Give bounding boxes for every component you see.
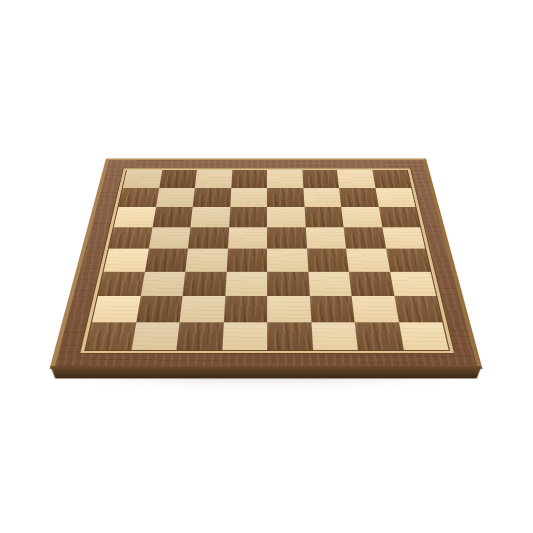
square-g5[interactable] xyxy=(344,227,386,248)
square-g2[interactable] xyxy=(352,296,399,322)
square-c8[interactable] xyxy=(195,170,232,188)
square-d1[interactable] xyxy=(222,322,267,350)
square-d2[interactable] xyxy=(223,296,267,322)
square-d4[interactable] xyxy=(226,249,267,272)
square-b5[interactable] xyxy=(148,227,190,248)
square-f5[interactable] xyxy=(305,227,346,248)
square-e3[interactable] xyxy=(267,271,309,295)
square-f1[interactable] xyxy=(311,322,358,350)
square-e8[interactable] xyxy=(267,170,303,188)
square-b2[interactable] xyxy=(136,296,183,322)
square-a8[interactable] xyxy=(123,170,162,188)
square-d5[interactable] xyxy=(227,227,267,248)
square-b6[interactable] xyxy=(152,207,193,227)
square-e2[interactable] xyxy=(267,296,311,322)
square-a4[interactable] xyxy=(104,249,149,272)
square-a6[interactable] xyxy=(114,207,156,227)
square-b3[interactable] xyxy=(140,271,185,295)
square-g1[interactable] xyxy=(355,322,404,350)
square-a7[interactable] xyxy=(118,188,158,207)
square-c6[interactable] xyxy=(190,207,229,227)
square-a1[interactable] xyxy=(86,322,136,350)
square-d8[interactable] xyxy=(231,170,267,188)
square-a2[interactable] xyxy=(92,296,140,322)
square-c7[interactable] xyxy=(193,188,231,207)
square-d3[interactable] xyxy=(225,271,267,295)
square-d7[interactable] xyxy=(230,188,267,207)
square-f4[interactable] xyxy=(307,249,349,272)
square-b8[interactable] xyxy=(159,170,197,188)
square-h4[interactable] xyxy=(386,249,431,272)
square-a3[interactable] xyxy=(98,271,144,295)
square-h2[interactable] xyxy=(394,296,442,322)
square-b1[interactable] xyxy=(131,322,180,350)
square-f7[interactable] xyxy=(303,188,341,207)
square-g6[interactable] xyxy=(341,207,382,227)
square-b4[interactable] xyxy=(144,249,187,272)
square-f8[interactable] xyxy=(302,170,339,188)
square-f3[interactable] xyxy=(308,271,352,295)
board-scene xyxy=(82,64,450,432)
square-h7[interactable] xyxy=(375,188,415,207)
square-h8[interactable] xyxy=(372,170,411,188)
square-e5[interactable] xyxy=(267,227,307,248)
square-b7[interactable] xyxy=(156,188,195,207)
square-e1[interactable] xyxy=(267,322,312,350)
square-g3[interactable] xyxy=(349,271,394,295)
square-d6[interactable] xyxy=(229,207,267,227)
product-photo xyxy=(0,0,533,533)
square-h3[interactable] xyxy=(390,271,437,295)
square-f2[interactable] xyxy=(309,296,354,322)
chess-board xyxy=(49,159,482,370)
square-c3[interactable] xyxy=(183,271,227,295)
square-h5[interactable] xyxy=(382,227,425,248)
square-h6[interactable] xyxy=(378,207,420,227)
square-g7[interactable] xyxy=(339,188,378,207)
square-f6[interactable] xyxy=(304,207,343,227)
square-e6[interactable] xyxy=(267,207,305,227)
square-c1[interactable] xyxy=(176,322,223,350)
square-e7[interactable] xyxy=(267,188,304,207)
square-c2[interactable] xyxy=(180,296,225,322)
square-h1[interactable] xyxy=(398,322,448,350)
square-g8[interactable] xyxy=(337,170,375,188)
square-c5[interactable] xyxy=(188,227,229,248)
square-c4[interactable] xyxy=(185,249,227,272)
square-e4[interactable] xyxy=(267,249,308,272)
square-g4[interactable] xyxy=(346,249,390,272)
board-front-edge xyxy=(47,366,485,378)
board-playfield xyxy=(84,170,450,351)
square-a5[interactable] xyxy=(109,227,152,248)
